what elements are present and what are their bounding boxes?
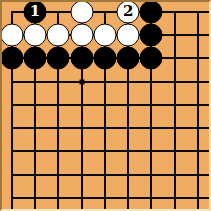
- board-point-8-2[interactable]: [163, 23, 186, 46]
- board-point-8-8[interactable]: [163, 163, 186, 186]
- board-point-9-8[interactable]: [186, 163, 209, 186]
- board-point-6-1[interactable]: 2: [116, 0, 139, 23]
- white-stone: [47, 23, 70, 46]
- star-point: [79, 79, 84, 84]
- board-point-4-5[interactable]: [70, 93, 93, 116]
- white-stone: 2: [117, 0, 140, 23]
- board-point-9-1[interactable]: [186, 0, 209, 23]
- board-point-2-9[interactable]: [23, 186, 46, 209]
- board-point-7-5[interactable]: [140, 93, 163, 116]
- black-stone: [117, 47, 140, 70]
- board-point-2-3[interactable]: [23, 47, 46, 70]
- board-point-1-6[interactable]: [0, 116, 23, 139]
- move-number-label: 1: [30, 4, 40, 20]
- go-board-diagram: 12: [0, 0, 211, 211]
- board-point-3-7[interactable]: [47, 140, 70, 163]
- board-point-7-3[interactable]: [140, 47, 163, 70]
- white-stone: [117, 23, 140, 46]
- board-point-5-4[interactable]: [93, 70, 116, 93]
- board-point-4-6[interactable]: [70, 116, 93, 139]
- white-stone: [23, 23, 46, 46]
- board-point-6-9[interactable]: [116, 186, 139, 209]
- board-point-6-4[interactable]: [116, 70, 139, 93]
- board-point-4-8[interactable]: [70, 163, 93, 186]
- board-point-2-4[interactable]: [23, 70, 46, 93]
- black-stone: [93, 47, 116, 70]
- board-point-9-7[interactable]: [186, 140, 209, 163]
- board-point-4-2[interactable]: [70, 23, 93, 46]
- board-point-6-6[interactable]: [116, 116, 139, 139]
- board-point-9-6[interactable]: [186, 116, 209, 139]
- board-point-5-6[interactable]: [93, 116, 116, 139]
- black-stone: [140, 47, 163, 70]
- black-stone: [0, 47, 23, 70]
- board-point-4-7[interactable]: [70, 140, 93, 163]
- board-point-5-1[interactable]: [93, 0, 116, 23]
- board-point-7-6[interactable]: [140, 116, 163, 139]
- board-point-1-1[interactable]: [0, 0, 23, 23]
- board-point-1-8[interactable]: [0, 163, 23, 186]
- black-stone: [140, 23, 163, 46]
- board-point-2-7[interactable]: [23, 140, 46, 163]
- board-point-4-9[interactable]: [70, 186, 93, 209]
- board-point-4-1[interactable]: [70, 0, 93, 23]
- board-point-6-5[interactable]: [116, 93, 139, 116]
- board-point-7-9[interactable]: [140, 186, 163, 209]
- board-point-9-9[interactable]: [186, 186, 209, 209]
- board-point-5-7[interactable]: [93, 140, 116, 163]
- board-point-8-4[interactable]: [163, 70, 186, 93]
- board-point-6-3[interactable]: [116, 47, 139, 70]
- black-stone: [140, 0, 163, 23]
- board-point-7-2[interactable]: [140, 23, 163, 46]
- board-point-2-6[interactable]: [23, 116, 46, 139]
- white-stone: [70, 0, 93, 23]
- board-point-6-8[interactable]: [116, 163, 139, 186]
- black-stone: 1: [23, 0, 46, 23]
- board-point-7-8[interactable]: [140, 163, 163, 186]
- board-point-4-4[interactable]: [70, 70, 93, 93]
- board-point-1-2[interactable]: [0, 23, 23, 46]
- board-point-1-7[interactable]: [0, 140, 23, 163]
- board-point-2-2[interactable]: [23, 23, 46, 46]
- board-point-9-2[interactable]: [186, 23, 209, 46]
- board-point-3-9[interactable]: [47, 186, 70, 209]
- board-point-5-3[interactable]: [93, 47, 116, 70]
- board-point-8-6[interactable]: [163, 116, 186, 139]
- board-point-8-5[interactable]: [163, 93, 186, 116]
- white-stone: [93, 23, 116, 46]
- board-point-5-9[interactable]: [93, 186, 116, 209]
- board-point-3-4[interactable]: [47, 70, 70, 93]
- board-point-3-6[interactable]: [47, 116, 70, 139]
- board-point-1-3[interactable]: [0, 47, 23, 70]
- board-point-6-2[interactable]: [116, 23, 139, 46]
- white-stone: [70, 23, 93, 46]
- board-point-8-7[interactable]: [163, 140, 186, 163]
- board-point-3-8[interactable]: [47, 163, 70, 186]
- board-point-8-9[interactable]: [163, 186, 186, 209]
- black-stone: [70, 47, 93, 70]
- white-stone: [0, 23, 23, 46]
- board-point-5-2[interactable]: [93, 23, 116, 46]
- board-point-3-3[interactable]: [47, 47, 70, 70]
- black-stone: [47, 47, 70, 70]
- board-point-2-5[interactable]: [23, 93, 46, 116]
- board-point-2-1[interactable]: 1: [23, 0, 46, 23]
- board-point-8-1[interactable]: [163, 0, 186, 23]
- board-point-3-5[interactable]: [47, 93, 70, 116]
- board-point-9-3[interactable]: [186, 47, 209, 70]
- board-point-8-3[interactable]: [163, 47, 186, 70]
- board-point-3-1[interactable]: [47, 0, 70, 23]
- board-point-7-7[interactable]: [140, 140, 163, 163]
- board-point-6-7[interactable]: [116, 140, 139, 163]
- black-stone: [23, 47, 46, 70]
- board-grid: 12: [0, 0, 210, 210]
- board-point-5-5[interactable]: [93, 93, 116, 116]
- board-point-1-4[interactable]: [0, 70, 23, 93]
- board-point-7-1[interactable]: [140, 0, 163, 23]
- board-point-1-5[interactable]: [0, 93, 23, 116]
- board-point-5-8[interactable]: [93, 163, 116, 186]
- board-point-7-4[interactable]: [140, 70, 163, 93]
- board-point-2-8[interactable]: [23, 163, 46, 186]
- board-point-4-3[interactable]: [70, 47, 93, 70]
- board-point-3-2[interactable]: [47, 23, 70, 46]
- board-point-1-9[interactable]: [0, 186, 23, 209]
- board-point-9-4[interactable]: [186, 70, 209, 93]
- board-point-9-5[interactable]: [186, 93, 209, 116]
- move-number-label: 2: [123, 4, 133, 20]
